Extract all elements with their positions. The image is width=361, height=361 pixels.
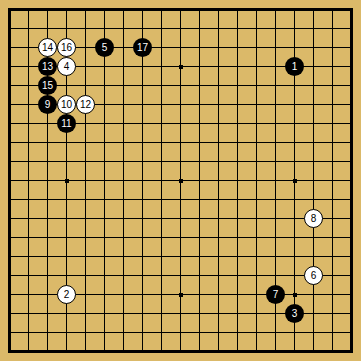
- stone-white-10: 10: [57, 95, 76, 114]
- stone-white-2: 2: [57, 285, 76, 304]
- stone-black-15: 15: [38, 76, 57, 95]
- stone-white-16: 16: [57, 38, 76, 57]
- stone-number: 13: [42, 62, 53, 72]
- stone-black-5: 5: [95, 38, 114, 57]
- star-point: [179, 293, 183, 297]
- stone-black-3: 3: [285, 304, 304, 323]
- stone-number: 15: [42, 81, 53, 91]
- stone-number: 8: [311, 214, 317, 224]
- star-point: [65, 179, 69, 183]
- stone-number: 5: [102, 43, 108, 53]
- star-point: [179, 65, 183, 69]
- stone-white-14: 14: [38, 38, 57, 57]
- star-point: [179, 179, 183, 183]
- stone-number: 2: [64, 290, 70, 300]
- stone-number: 1: [292, 62, 298, 72]
- stone-number: 17: [137, 43, 148, 53]
- stone-number: 11: [61, 119, 71, 129]
- stone-white-4: 4: [57, 57, 76, 76]
- stone-number: 4: [64, 62, 70, 72]
- stone-black-13: 13: [38, 57, 57, 76]
- stone-number: 7: [273, 290, 279, 300]
- stone-number: 16: [61, 43, 72, 53]
- go-board[interactable]: 1234567891011121314151617: [0, 0, 361, 361]
- stone-black-11: 11: [57, 114, 76, 133]
- stone-number: 14: [42, 43, 53, 53]
- stone-number: 12: [80, 100, 91, 110]
- stone-black-1: 1: [285, 57, 304, 76]
- stone-number: 10: [61, 100, 72, 110]
- stone-black-7: 7: [266, 285, 285, 304]
- stone-white-8: 8: [304, 209, 323, 228]
- stone-number: 3: [292, 309, 298, 319]
- stone-white-6: 6: [304, 266, 323, 285]
- stone-white-12: 12: [76, 95, 95, 114]
- star-point: [293, 179, 297, 183]
- stone-black-17: 17: [133, 38, 152, 57]
- stone-black-9: 9: [38, 95, 57, 114]
- stone-number: 6: [311, 271, 317, 281]
- star-point: [293, 293, 297, 297]
- stone-number: 9: [45, 100, 51, 110]
